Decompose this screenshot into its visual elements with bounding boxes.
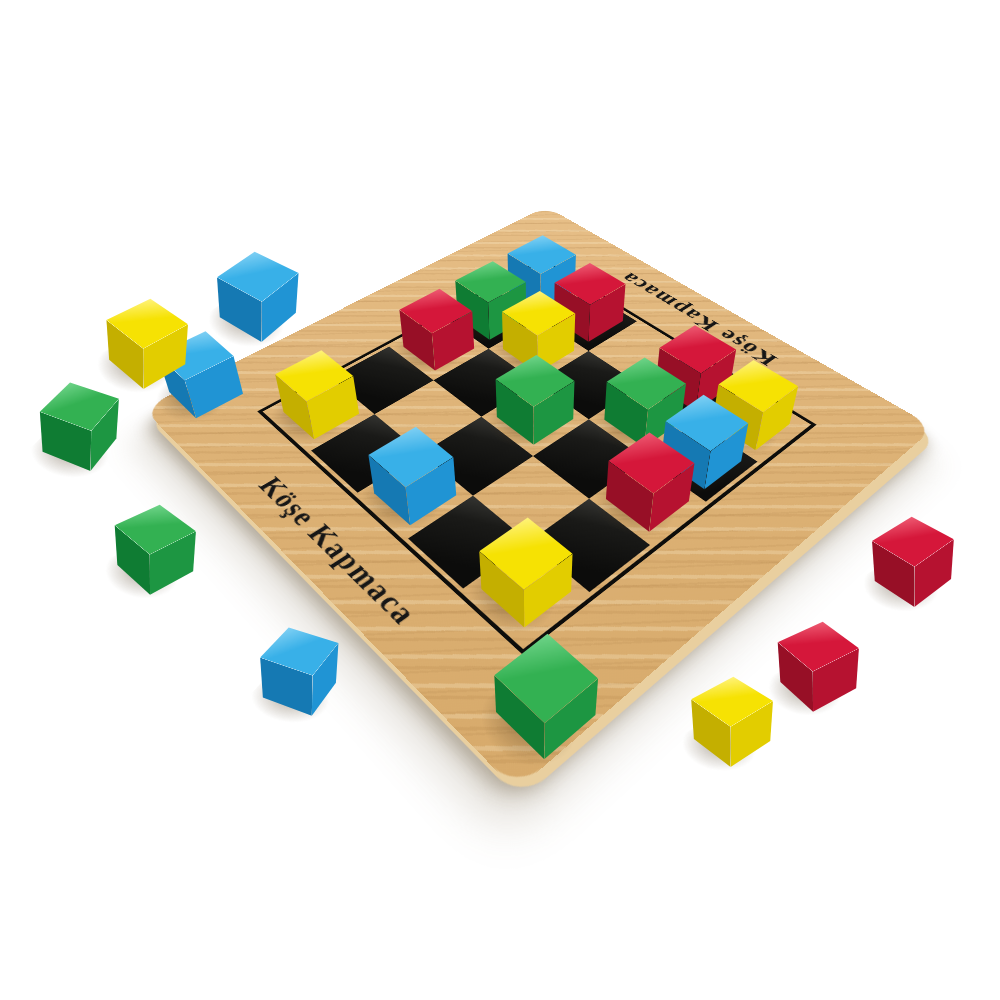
loose-cube-green[interactable]	[117, 544, 193, 595]
piece-red-x5y3[interactable]	[606, 470, 689, 531]
board-anchor: Köşe Kapmaca Köşe Kapmaca	[255, 138, 815, 698]
loose-piece-blue-5[interactable]	[263, 667, 336, 716]
loose-piece-blue-1[interactable]	[220, 291, 296, 342]
product-photo-scene: Köşe Kapmaca Köşe Kapmaca	[0, 0, 1000, 1000]
loose-piece-green-4[interactable]	[117, 544, 193, 595]
loose-cube-yellow[interactable]	[109, 338, 185, 389]
loose-piece-red-8[interactable]	[875, 556, 951, 607]
loose-cube-yellow[interactable]	[694, 716, 770, 767]
loose-cube-red[interactable]	[875, 556, 951, 607]
piece-blue-x3y5[interactable]	[374, 465, 456, 526]
loose-cube-blue[interactable]	[263, 667, 336, 716]
margin-piece-green-2[interactable]	[496, 671, 595, 759]
loose-piece-red-7[interactable]	[780, 661, 856, 712]
loose-piece-yellow-2[interactable]	[109, 338, 185, 389]
loose-cube-blue[interactable]	[220, 291, 296, 342]
loose-cube-red[interactable]	[780, 661, 856, 712]
loose-cube-green[interactable]	[43, 422, 117, 472]
loose-piece-green-3[interactable]	[43, 422, 117, 472]
loose-piece-yellow-6[interactable]	[694, 716, 770, 767]
